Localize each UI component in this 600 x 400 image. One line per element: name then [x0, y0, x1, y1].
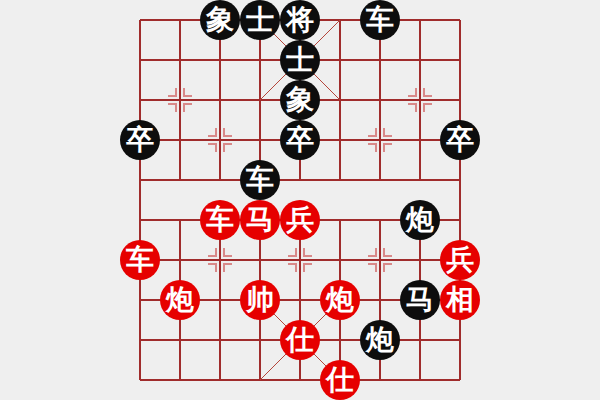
- board-intersection[interactable]: [320, 80, 360, 120]
- board-intersection[interactable]: [200, 80, 240, 120]
- board-intersection[interactable]: [440, 0, 480, 40]
- board-intersection[interactable]: [120, 160, 160, 200]
- board-intersection[interactable]: [400, 240, 440, 280]
- board-intersection[interactable]: [360, 40, 400, 80]
- board-intersection[interactable]: [440, 200, 480, 240]
- board-intersection[interactable]: 车: [200, 200, 240, 240]
- board-intersection[interactable]: [240, 360, 280, 400]
- board-intersection[interactable]: [320, 120, 360, 160]
- board-intersection[interactable]: [160, 360, 200, 400]
- board-intersection[interactable]: [120, 360, 160, 400]
- piece-black-advisor[interactable]: 士: [280, 40, 320, 80]
- board-intersection[interactable]: [400, 320, 440, 360]
- board-intersection[interactable]: [440, 40, 480, 80]
- board-intersection[interactable]: [400, 120, 440, 160]
- piece-red-chariot[interactable]: 车: [200, 200, 240, 240]
- board-intersection[interactable]: [160, 160, 200, 200]
- board-intersection[interactable]: [240, 240, 280, 280]
- board-intersection[interactable]: [240, 120, 280, 160]
- board-intersection[interactable]: [120, 200, 160, 240]
- board-intersection[interactable]: [280, 360, 320, 400]
- piece-black-soldier[interactable]: 卒: [280, 120, 320, 160]
- xiangqi-board: 象士将车士象卒卒卒车车马兵炮车兵炮帅炮马相仕炮仕: [0, 0, 600, 400]
- board-intersection[interactable]: [120, 280, 160, 320]
- board-intersection[interactable]: 炮: [160, 280, 200, 320]
- board-intersection[interactable]: [440, 360, 480, 400]
- board-grid: 象士将车士象卒卒卒车车马兵炮车兵炮帅炮马相仕炮仕: [120, 0, 480, 400]
- board-intersection[interactable]: 士: [240, 0, 280, 40]
- board-intersection[interactable]: [200, 240, 240, 280]
- piece-black-chariot[interactable]: 车: [240, 160, 280, 200]
- piece-red-advisor[interactable]: 仕: [280, 320, 320, 360]
- board-intersection[interactable]: [320, 0, 360, 40]
- board-intersection[interactable]: 象: [280, 80, 320, 120]
- board-intersection[interactable]: [200, 160, 240, 200]
- board-intersection[interactable]: [400, 80, 440, 120]
- board-intersection[interactable]: [320, 320, 360, 360]
- board-intersection[interactable]: [200, 40, 240, 80]
- board-intersection[interactable]: [160, 0, 200, 40]
- board-intersection[interactable]: [240, 40, 280, 80]
- board-intersection[interactable]: [360, 80, 400, 120]
- board-intersection[interactable]: [240, 320, 280, 360]
- piece-red-cannon[interactable]: 炮: [320, 280, 360, 320]
- board-intersection[interactable]: [320, 200, 360, 240]
- board-intersection[interactable]: [200, 120, 240, 160]
- board-intersection[interactable]: [440, 80, 480, 120]
- board-intersection[interactable]: [280, 280, 320, 320]
- board-intersection[interactable]: 卒: [440, 120, 480, 160]
- piece-red-chariot[interactable]: 车: [120, 240, 160, 280]
- board-intersection[interactable]: [200, 360, 240, 400]
- board-intersection[interactable]: 炮: [320, 280, 360, 320]
- board-intersection[interactable]: [400, 160, 440, 200]
- board-intersection[interactable]: 卒: [280, 120, 320, 160]
- piece-black-chariot[interactable]: 车: [360, 0, 400, 40]
- board-intersection[interactable]: 卒: [120, 120, 160, 160]
- board-intersection[interactable]: [160, 80, 200, 120]
- board-intersection[interactable]: [360, 280, 400, 320]
- board-intersection[interactable]: 马: [400, 280, 440, 320]
- board-intersection[interactable]: [240, 80, 280, 120]
- board-intersection[interactable]: [160, 200, 200, 240]
- board-intersection[interactable]: [280, 160, 320, 200]
- board-intersection[interactable]: [160, 40, 200, 80]
- board-intersection[interactable]: [120, 40, 160, 80]
- board-intersection[interactable]: [400, 0, 440, 40]
- piece-black-soldier[interactable]: 卒: [440, 120, 480, 160]
- board-intersection[interactable]: [160, 120, 200, 160]
- piece-red-horse[interactable]: 马: [240, 200, 280, 240]
- piece-red-elephant[interactable]: 相: [440, 280, 480, 320]
- board-intersection[interactable]: [200, 280, 240, 320]
- piece-red-soldier[interactable]: 兵: [280, 200, 320, 240]
- board-intersection[interactable]: [360, 120, 400, 160]
- board-intersection[interactable]: 炮: [360, 320, 400, 360]
- board-intersection[interactable]: [160, 320, 200, 360]
- piece-red-advisor[interactable]: 仕: [320, 360, 360, 400]
- board-intersection[interactable]: [400, 40, 440, 80]
- piece-black-general[interactable]: 将: [280, 0, 320, 40]
- board-intersection[interactable]: 兵: [440, 240, 480, 280]
- piece-red-soldier[interactable]: 兵: [440, 240, 480, 280]
- board-intersection[interactable]: [360, 360, 400, 400]
- board-intersection[interactable]: [320, 240, 360, 280]
- board-intersection[interactable]: [360, 240, 400, 280]
- board-intersection[interactable]: 象: [200, 0, 240, 40]
- board-intersection[interactable]: [360, 160, 400, 200]
- board-intersection[interactable]: 马: [240, 200, 280, 240]
- board-intersection[interactable]: [200, 320, 240, 360]
- piece-red-general[interactable]: 帅: [240, 280, 280, 320]
- board-intersection[interactable]: [400, 360, 440, 400]
- piece-black-soldier[interactable]: 卒: [120, 120, 160, 160]
- piece-black-cannon[interactable]: 炮: [400, 200, 440, 240]
- board-intersection[interactable]: 士: [280, 40, 320, 80]
- board-intersection[interactable]: 车: [240, 160, 280, 200]
- board-intersection[interactable]: 将: [280, 0, 320, 40]
- board-intersection[interactable]: [360, 200, 400, 240]
- board-intersection[interactable]: [320, 40, 360, 80]
- piece-black-cannon[interactable]: 炮: [360, 320, 400, 360]
- board-intersection[interactable]: 车: [120, 240, 160, 280]
- board-intersection[interactable]: [320, 160, 360, 200]
- board-intersection[interactable]: 兵: [280, 200, 320, 240]
- board-intersection[interactable]: [280, 240, 320, 280]
- piece-black-horse[interactable]: 马: [400, 280, 440, 320]
- piece-black-elephant[interactable]: 象: [280, 80, 320, 120]
- piece-black-elephant[interactable]: 象: [200, 0, 240, 40]
- board-intersection[interactable]: [120, 80, 160, 120]
- board-intersection[interactable]: 车: [360, 0, 400, 40]
- board-intersection[interactable]: 仕: [320, 360, 360, 400]
- board-intersection[interactable]: [120, 320, 160, 360]
- board-intersection[interactable]: 相: [440, 280, 480, 320]
- board-intersection[interactable]: [160, 240, 200, 280]
- board-intersection[interactable]: [440, 160, 480, 200]
- board-intersection[interactable]: 帅: [240, 280, 280, 320]
- board-intersection[interactable]: [440, 320, 480, 360]
- board-intersection[interactable]: 仕: [280, 320, 320, 360]
- piece-black-advisor[interactable]: 士: [240, 0, 280, 40]
- board-intersection[interactable]: [120, 0, 160, 40]
- piece-red-cannon[interactable]: 炮: [160, 280, 200, 320]
- board-intersection[interactable]: 炮: [400, 200, 440, 240]
